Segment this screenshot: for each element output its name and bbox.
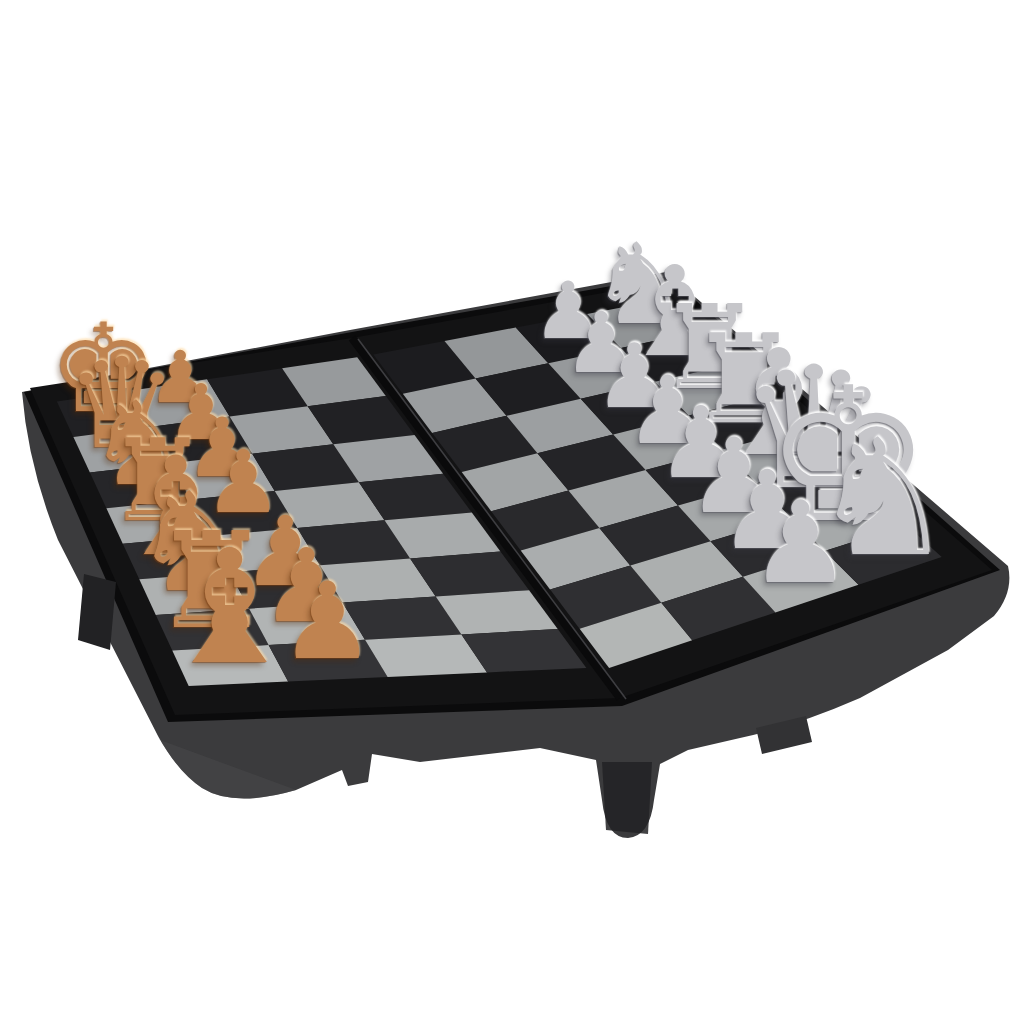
square-e1 [123,536,230,579]
square-f1 [139,572,249,615]
square-h1 [172,645,288,686]
page: { "game": "chess", "position": { "fen": … [0,0,1024,1024]
board-svg [0,0,1024,1024]
hinge-foot [602,762,652,834]
side-clasp-tab [78,574,116,650]
chess-set-product-photo: ♞♟♝♟♜♟♟♚♜♟♟♛♝♟♟♞♛♟♟♜♚♟♝♞♟♟♞♟♜♟♝ [0,0,1024,1024]
square-g1 [156,609,269,651]
